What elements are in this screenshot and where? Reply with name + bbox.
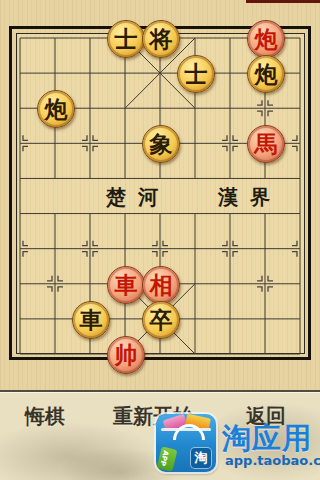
river-label-right: 漢界: [218, 184, 282, 211]
river-label-left: 楚河: [106, 184, 170, 211]
app-screen: 楚河 漢界 士将炮士炮炮象馬車相車卒帅 悔棋 重新开始 返回 APP 淘 淘应用…: [0, 0, 320, 480]
piece-black-4-0[interactable]: 将: [142, 20, 180, 58]
piece-red-4-7[interactable]: 相: [142, 266, 180, 304]
piece-red-7-0[interactable]: 炮: [247, 20, 285, 58]
icon-app-tag: APP: [157, 446, 178, 471]
piece-black-1-2[interactable]: 炮: [37, 90, 75, 128]
icon-tao-logo: 淘: [191, 448, 211, 468]
undo-move-button[interactable]: 悔棋: [25, 404, 65, 428]
taobao-ad-banner[interactable]: APP 淘 淘应用 app.taobao.com: [156, 413, 320, 475]
piece-black-7-1[interactable]: 炮: [247, 55, 285, 93]
taobao-appstore-icon[interactable]: APP 淘: [156, 414, 216, 472]
ad-url[interactable]: app.taobao.com: [225, 453, 320, 468]
piece-black-2-8[interactable]: 車: [72, 301, 110, 339]
piece-red-3-9[interactable]: 帅: [107, 336, 145, 374]
piece-black-4-8[interactable]: 卒: [142, 301, 180, 339]
piece-red-3-7[interactable]: 車: [107, 266, 145, 304]
piece-black-5-1[interactable]: 士: [177, 55, 215, 93]
piece-black-3-0[interactable]: 士: [107, 20, 145, 58]
